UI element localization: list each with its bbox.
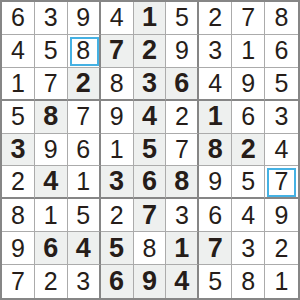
cell-r3c6[interactable]: 6: [166, 68, 199, 101]
cell-r1c2[interactable]: 3: [35, 2, 68, 35]
cell-r9c8[interactable]: 8: [232, 265, 265, 298]
cell-r3c9[interactable]: 5: [265, 68, 298, 101]
sudoku-board: 6394152784587293161728364955879421633961…: [0, 0, 300, 300]
cell-r4c4[interactable]: 9: [101, 101, 134, 134]
cell-r9c9[interactable]: 1: [265, 265, 298, 298]
cell-r2c3[interactable]: 8: [68, 35, 101, 68]
cell-r6c7[interactable]: 9: [199, 166, 232, 199]
cell-r8c8[interactable]: 3: [232, 232, 265, 265]
cell-r7c9[interactable]: 9: [265, 199, 298, 232]
cell-r8c1[interactable]: 9: [2, 232, 35, 265]
cell-r2c5[interactable]: 2: [134, 35, 167, 68]
cell-r3c1[interactable]: 1: [2, 68, 35, 101]
cell-r3c3[interactable]: 2: [68, 68, 101, 101]
cell-r7c7[interactable]: 6: [199, 199, 232, 232]
cell-r4c9[interactable]: 3: [265, 101, 298, 134]
cell-r2c8[interactable]: 1: [232, 35, 265, 68]
cell-r4c8[interactable]: 6: [232, 101, 265, 134]
cell-r8c7[interactable]: 7: [199, 232, 232, 265]
cell-r6c8[interactable]: 5: [232, 166, 265, 199]
cell-r8c2[interactable]: 6: [35, 232, 68, 265]
cell-r5c3[interactable]: 6: [68, 134, 101, 167]
cell-r3c2[interactable]: 7: [35, 68, 68, 101]
cell-r3c5[interactable]: 3: [134, 68, 167, 101]
cell-r5c8[interactable]: 2: [232, 134, 265, 167]
cell-r7c1[interactable]: 8: [2, 199, 35, 232]
cell-r1c1[interactable]: 6: [2, 2, 35, 35]
cell-r8c5[interactable]: 8: [134, 232, 167, 265]
cell-r9c5[interactable]: 9: [134, 265, 167, 298]
cell-r7c6[interactable]: 3: [166, 199, 199, 232]
cell-r6c1[interactable]: 2: [2, 166, 35, 199]
cell-r9c7[interactable]: 5: [199, 265, 232, 298]
cell-r5c4[interactable]: 1: [101, 134, 134, 167]
cell-r5c5[interactable]: 5: [134, 134, 167, 167]
cell-r8c6[interactable]: 1: [166, 232, 199, 265]
cell-r1c8[interactable]: 7: [232, 2, 265, 35]
cell-r6c9[interactable]: 7: [265, 166, 298, 199]
cell-r4c5[interactable]: 4: [134, 101, 167, 134]
cell-r2c4[interactable]: 7: [101, 35, 134, 68]
cell-r6c2[interactable]: 4: [35, 166, 68, 199]
cell-r7c8[interactable]: 4: [232, 199, 265, 232]
cell-r2c6[interactable]: 9: [166, 35, 199, 68]
cell-r8c4[interactable]: 5: [101, 232, 134, 265]
cell-r1c5[interactable]: 1: [134, 2, 167, 35]
cell-r7c5[interactable]: 7: [134, 199, 167, 232]
cell-r9c6[interactable]: 4: [166, 265, 199, 298]
cell-r9c1[interactable]: 7: [2, 265, 35, 298]
cell-r5c6[interactable]: 7: [166, 134, 199, 167]
cell-r4c2[interactable]: 8: [35, 101, 68, 134]
cell-r2c9[interactable]: 6: [265, 35, 298, 68]
cell-r1c9[interactable]: 8: [265, 2, 298, 35]
cell-r7c4[interactable]: 2: [101, 199, 134, 232]
cell-r9c3[interactable]: 3: [68, 265, 101, 298]
cell-r6c3[interactable]: 1: [68, 166, 101, 199]
cell-r1c7[interactable]: 2: [199, 2, 232, 35]
cell-r7c3[interactable]: 5: [68, 199, 101, 232]
cell-r6c6[interactable]: 8: [166, 166, 199, 199]
cell-r6c4[interactable]: 3: [101, 166, 134, 199]
cell-r4c3[interactable]: 7: [68, 101, 101, 134]
cell-r5c1[interactable]: 3: [2, 134, 35, 167]
cell-r1c3[interactable]: 9: [68, 2, 101, 35]
cell-r8c9[interactable]: 2: [265, 232, 298, 265]
cell-r3c4[interactable]: 8: [101, 68, 134, 101]
cell-r4c7[interactable]: 1: [199, 101, 232, 134]
cell-r5c9[interactable]: 4: [265, 134, 298, 167]
cell-r3c8[interactable]: 9: [232, 68, 265, 101]
cell-r3c7[interactable]: 4: [199, 68, 232, 101]
cell-r2c7[interactable]: 3: [199, 35, 232, 68]
cell-r4c6[interactable]: 2: [166, 101, 199, 134]
cell-r1c4[interactable]: 4: [101, 2, 134, 35]
cell-r1c6[interactable]: 5: [166, 2, 199, 35]
cell-r7c2[interactable]: 1: [35, 199, 68, 232]
cell-r8c3[interactable]: 4: [68, 232, 101, 265]
cell-r9c2[interactable]: 2: [35, 265, 68, 298]
cell-r2c1[interactable]: 4: [2, 35, 35, 68]
cell-r6c5[interactable]: 6: [134, 166, 167, 199]
cell-r4c1[interactable]: 5: [2, 101, 35, 134]
cell-r5c7[interactable]: 8: [199, 134, 232, 167]
cell-r9c4[interactable]: 6: [101, 265, 134, 298]
cell-r5c2[interactable]: 9: [35, 134, 68, 167]
cell-r2c2[interactable]: 5: [35, 35, 68, 68]
